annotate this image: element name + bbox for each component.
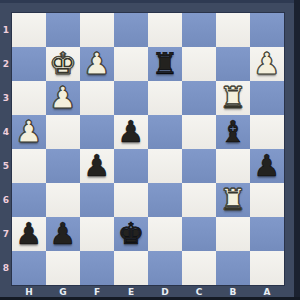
- square-c6[interactable]: [182, 183, 216, 217]
- square-c5[interactable]: [182, 149, 216, 183]
- square-d2[interactable]: ♜: [148, 47, 182, 81]
- square-b7[interactable]: [216, 217, 250, 251]
- square-e3[interactable]: [114, 81, 148, 115]
- square-c7[interactable]: [182, 217, 216, 251]
- frame-top-edge: [0, 0, 300, 3]
- rank-label-7: 7: [0, 217, 12, 251]
- square-f7[interactable]: [80, 217, 114, 251]
- square-g6[interactable]: [46, 183, 80, 217]
- square-f2[interactable]: ♟: [80, 47, 114, 81]
- square-f1[interactable]: [80, 13, 114, 47]
- square-a2[interactable]: ♟: [250, 47, 284, 81]
- white-rook[interactable]: ♜: [220, 81, 247, 115]
- rank-label-2: 2: [0, 47, 12, 81]
- square-a5[interactable]: ♟: [250, 149, 284, 183]
- square-h1[interactable]: [12, 13, 46, 47]
- square-b3[interactable]: ♜: [216, 81, 250, 115]
- square-h3[interactable]: [12, 81, 46, 115]
- black-pawn[interactable]: ♟: [50, 217, 77, 251]
- square-g1[interactable]: [46, 13, 80, 47]
- square-f5[interactable]: ♟: [80, 149, 114, 183]
- square-b8[interactable]: [216, 251, 250, 285]
- rank-label-5: 5: [0, 149, 12, 183]
- rank-label-3: 3: [0, 81, 12, 115]
- square-e8[interactable]: [114, 251, 148, 285]
- square-b1[interactable]: [216, 13, 250, 47]
- square-h5[interactable]: [12, 149, 46, 183]
- square-d8[interactable]: [148, 251, 182, 285]
- chess-board: ♚♟♜♟♟♜♟♟♝♟♟♜♟♟♚: [12, 13, 284, 285]
- square-b4[interactable]: ♝: [216, 115, 250, 149]
- black-pawn[interactable]: ♟: [84, 149, 111, 183]
- square-e1[interactable]: [114, 13, 148, 47]
- square-f8[interactable]: [80, 251, 114, 285]
- square-d5[interactable]: [148, 149, 182, 183]
- square-h2[interactable]: [12, 47, 46, 81]
- square-g7[interactable]: ♟: [46, 217, 80, 251]
- square-f3[interactable]: [80, 81, 114, 115]
- square-g3[interactable]: ♟: [46, 81, 80, 115]
- black-king[interactable]: ♚: [118, 217, 145, 251]
- black-bishop[interactable]: ♝: [220, 115, 247, 149]
- square-a8[interactable]: [250, 251, 284, 285]
- white-rook[interactable]: ♜: [220, 183, 247, 217]
- square-f4[interactable]: [80, 115, 114, 149]
- square-d7[interactable]: [148, 217, 182, 251]
- square-a3[interactable]: [250, 81, 284, 115]
- black-rook[interactable]: ♜: [152, 47, 179, 81]
- rank-label-1: 1: [0, 13, 12, 47]
- white-pawn[interactable]: ♟: [50, 81, 77, 115]
- square-g8[interactable]: [46, 251, 80, 285]
- rank-labels: 12345678: [0, 13, 12, 285]
- frame-right-edge: [294, 0, 300, 300]
- square-e6[interactable]: [114, 183, 148, 217]
- square-d3[interactable]: [148, 81, 182, 115]
- square-h4[interactable]: ♟: [12, 115, 46, 149]
- white-pawn[interactable]: ♟: [254, 47, 281, 81]
- black-pawn[interactable]: ♟: [16, 217, 43, 251]
- white-pawn[interactable]: ♟: [84, 47, 111, 81]
- square-a4[interactable]: [250, 115, 284, 149]
- square-e4[interactable]: ♟: [114, 115, 148, 149]
- square-h7[interactable]: ♟: [12, 217, 46, 251]
- square-c4[interactable]: [182, 115, 216, 149]
- square-b6[interactable]: ♜: [216, 183, 250, 217]
- square-a1[interactable]: [250, 13, 284, 47]
- square-a6[interactable]: [250, 183, 284, 217]
- chess-board-frame: 12345678 ♚♟♜♟♟♜♟♟♝♟♟♜♟♟♚ HGFEDCBA: [0, 0, 300, 300]
- black-pawn[interactable]: ♟: [118, 115, 145, 149]
- square-e2[interactable]: [114, 47, 148, 81]
- square-c1[interactable]: [182, 13, 216, 47]
- white-king[interactable]: ♚: [50, 47, 77, 81]
- square-d4[interactable]: [148, 115, 182, 149]
- square-e5[interactable]: [114, 149, 148, 183]
- square-f6[interactable]: [80, 183, 114, 217]
- square-b2[interactable]: [216, 47, 250, 81]
- rank-label-8: 8: [0, 251, 12, 285]
- rank-label-4: 4: [0, 115, 12, 149]
- square-c2[interactable]: [182, 47, 216, 81]
- black-pawn[interactable]: ♟: [254, 149, 281, 183]
- square-c3[interactable]: [182, 81, 216, 115]
- square-e7[interactable]: ♚: [114, 217, 148, 251]
- square-d6[interactable]: [148, 183, 182, 217]
- square-a7[interactable]: [250, 217, 284, 251]
- square-d1[interactable]: [148, 13, 182, 47]
- square-g5[interactable]: [46, 149, 80, 183]
- square-g4[interactable]: [46, 115, 80, 149]
- white-pawn[interactable]: ♟: [16, 115, 43, 149]
- rank-label-6: 6: [0, 183, 12, 217]
- square-c8[interactable]: [182, 251, 216, 285]
- square-h6[interactable]: [12, 183, 46, 217]
- square-b5[interactable]: [216, 149, 250, 183]
- square-h8[interactable]: [12, 251, 46, 285]
- square-g2[interactable]: ♚: [46, 47, 80, 81]
